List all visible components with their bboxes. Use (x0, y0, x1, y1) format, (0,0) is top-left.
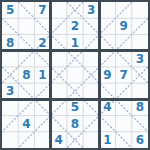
cell-r3c7[interactable] (99, 34, 115, 50)
given-digit: 4 (55, 134, 63, 146)
given-digit: 9 (103, 69, 111, 81)
cell-r1c5[interactable] (67, 2, 83, 18)
cell-r9c5[interactable] (67, 132, 83, 148)
cell-r2c1[interactable] (2, 18, 18, 34)
cell-r3c6[interactable] (83, 34, 99, 50)
cell-r6c9[interactable] (132, 83, 148, 99)
cell-r6c4[interactable] (51, 83, 67, 99)
cell-r6c1[interactable]: 3 (2, 83, 18, 99)
cell-grid: 5732982138197354848416 (2, 2, 148, 148)
given-digit: 6 (136, 134, 144, 146)
cell-r8c9[interactable] (132, 116, 148, 132)
given-digit: 3 (136, 53, 144, 65)
given-digit: 4 (22, 118, 30, 130)
given-digit: 3 (6, 85, 14, 97)
cell-r3c9[interactable] (132, 34, 148, 50)
sudoku-board: 5732982138197354848416 (0, 0, 150, 150)
cell-r3c4[interactable] (51, 34, 67, 50)
cell-r5c7[interactable]: 9 (99, 67, 115, 83)
cell-r4c4[interactable] (51, 51, 67, 67)
cell-r2c5[interactable]: 2 (67, 18, 83, 34)
cell-r4c8[interactable] (116, 51, 132, 67)
given-digit: 8 (71, 118, 79, 130)
cell-r6c3[interactable] (34, 83, 50, 99)
cell-r7c2[interactable] (18, 99, 34, 115)
cell-r9c6[interactable] (83, 132, 99, 148)
cell-r9c2[interactable] (18, 132, 34, 148)
cell-r7c3[interactable] (34, 99, 50, 115)
given-digit: 7 (38, 4, 46, 16)
cell-r2c2[interactable] (18, 18, 34, 34)
cell-r4c9[interactable]: 3 (132, 51, 148, 67)
given-digit: 8 (6, 37, 14, 49)
cell-r8c2[interactable]: 4 (18, 116, 34, 132)
cell-r1c7[interactable] (99, 2, 115, 18)
cell-r1c2[interactable] (18, 2, 34, 18)
cell-r7c6[interactable] (83, 99, 99, 115)
cell-r7c1[interactable] (2, 99, 18, 115)
cell-r6c7[interactable] (99, 83, 115, 99)
cell-r7c9[interactable]: 8 (132, 99, 148, 115)
cell-r9c3[interactable] (34, 132, 50, 148)
given-digit: 5 (71, 101, 79, 113)
given-digit: 2 (38, 37, 46, 49)
cell-r2c6[interactable] (83, 18, 99, 34)
cell-r9c4[interactable]: 4 (51, 132, 67, 148)
cell-r5c4[interactable] (51, 67, 67, 83)
cell-r8c7[interactable] (99, 116, 115, 132)
cell-r4c6[interactable] (83, 51, 99, 67)
cell-r3c5[interactable]: 1 (67, 34, 83, 50)
given-digit: 5 (6, 4, 14, 16)
cell-r4c3[interactable] (34, 51, 50, 67)
cell-r6c8[interactable] (116, 83, 132, 99)
given-digit: 2 (71, 20, 79, 32)
cell-r2c9[interactable] (132, 18, 148, 34)
cell-r1c1[interactable]: 5 (2, 2, 18, 18)
cell-r8c1[interactable] (2, 116, 18, 132)
cell-r8c8[interactable] (116, 116, 132, 132)
cell-r4c1[interactable] (2, 51, 18, 67)
given-digit: 1 (38, 69, 46, 81)
given-digit: 8 (22, 69, 30, 81)
cell-r7c5[interactable]: 5 (67, 99, 83, 115)
cell-r1c4[interactable] (51, 2, 67, 18)
given-digit: 3 (87, 4, 95, 16)
cell-r5c9[interactable] (132, 67, 148, 83)
given-digit: 4 (103, 101, 111, 113)
cell-r7c4[interactable] (51, 99, 67, 115)
cell-r5c5[interactable] (67, 67, 83, 83)
cell-r2c7[interactable] (99, 18, 115, 34)
cell-r2c8[interactable]: 9 (116, 18, 132, 34)
cell-r6c6[interactable] (83, 83, 99, 99)
cell-r8c5[interactable]: 8 (67, 116, 83, 132)
given-digit: 8 (136, 101, 144, 113)
cell-r2c4[interactable] (51, 18, 67, 34)
cell-r8c3[interactable] (34, 116, 50, 132)
cell-r8c4[interactable] (51, 116, 67, 132)
cell-r6c5[interactable] (67, 83, 83, 99)
cell-r2c3[interactable] (34, 18, 50, 34)
cell-r3c3[interactable]: 2 (34, 34, 50, 50)
cell-r3c1[interactable]: 8 (2, 34, 18, 50)
cell-r7c7[interactable]: 4 (99, 99, 115, 115)
cell-r4c7[interactable] (99, 51, 115, 67)
cell-r3c2[interactable] (18, 34, 34, 50)
cell-r5c2[interactable]: 8 (18, 67, 34, 83)
given-digit: 7 (119, 69, 127, 81)
cell-r4c2[interactable] (18, 51, 34, 67)
given-digit: 9 (119, 20, 127, 32)
given-digit: 1 (103, 134, 111, 146)
cell-r9c7[interactable]: 1 (99, 132, 115, 148)
cell-r5c1[interactable] (2, 67, 18, 83)
cell-r7c8[interactable] (116, 99, 132, 115)
cell-r1c3[interactable]: 7 (34, 2, 50, 18)
cell-r5c3[interactable]: 1 (34, 67, 50, 83)
cell-r4c5[interactable] (67, 51, 83, 67)
cell-r1c8[interactable] (116, 2, 132, 18)
cell-r3c8[interactable] (116, 34, 132, 50)
cell-r6c2[interactable] (18, 83, 34, 99)
cell-r1c6[interactable]: 3 (83, 2, 99, 18)
cell-r9c1[interactable] (2, 132, 18, 148)
cell-r5c8[interactable]: 7 (116, 67, 132, 83)
cell-r1c9[interactable] (132, 2, 148, 18)
cell-r9c9[interactable]: 6 (132, 132, 148, 148)
cell-r9c8[interactable] (116, 132, 132, 148)
cell-r8c6[interactable] (83, 116, 99, 132)
given-digit: 1 (71, 37, 79, 49)
cell-r5c6[interactable] (83, 67, 99, 83)
